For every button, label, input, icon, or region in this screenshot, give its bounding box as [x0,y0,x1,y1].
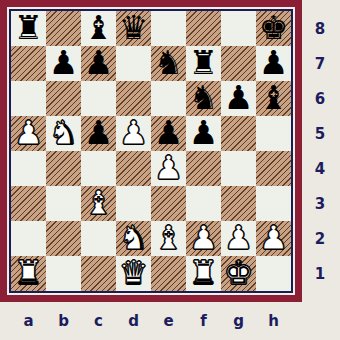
piece-black-king[interactable]: ♚ [259,11,289,44]
piece-white-pawn[interactable]: ♟ [154,151,184,184]
square-e8[interactable] [151,11,186,46]
square-b4[interactable] [46,151,81,186]
piece-black-pawn[interactable]: ♟ [154,116,184,149]
piece-black-bishop[interactable]: ♝ [259,81,289,114]
piece-white-rook[interactable]: ♜ [189,256,219,289]
file-label-a: a [11,306,46,336]
piece-black-knight[interactable]: ♞ [189,81,219,114]
rank-label-6: 6 [304,81,336,116]
square-b8[interactable] [46,11,81,46]
square-f1[interactable]: ♜ [186,256,221,291]
rank-label-8: 8 [304,11,336,46]
square-e4[interactable]: ♟ [151,151,186,186]
file-label-f: f [186,306,221,336]
square-a7[interactable] [11,46,46,81]
square-c3[interactable]: ♝ [81,186,116,221]
board-frame-inner-line: ♜♝♛♚♟♟♞♜♟♞♟♝♟♞♟♟♟♟♟♝♞♝♟♟♟♜♛♜♚ [9,9,293,293]
square-f3[interactable] [186,186,221,221]
square-a6[interactable] [11,81,46,116]
piece-black-pawn[interactable]: ♟ [224,81,254,114]
piece-black-rook[interactable]: ♜ [14,11,44,44]
square-g2[interactable]: ♟ [221,221,256,256]
square-b6[interactable] [46,81,81,116]
square-b2[interactable] [46,221,81,256]
square-d4[interactable] [116,151,151,186]
square-c2[interactable] [81,221,116,256]
square-c8[interactable]: ♝ [81,11,116,46]
square-e2[interactable]: ♝ [151,221,186,256]
piece-black-pawn[interactable]: ♟ [49,46,79,79]
square-d7[interactable] [116,46,151,81]
square-c5[interactable]: ♟ [81,116,116,151]
piece-black-pawn[interactable]: ♟ [189,116,219,149]
square-b5[interactable]: ♞ [46,116,81,151]
square-h1[interactable] [256,256,291,291]
piece-white-pawn[interactable]: ♟ [14,116,44,149]
rank-label-5: 5 [304,116,336,151]
rank-label-4: 4 [304,151,336,186]
file-label-c: c [81,306,116,336]
square-f8[interactable] [186,11,221,46]
piece-white-rook[interactable]: ♜ [14,256,44,289]
square-e5[interactable]: ♟ [151,116,186,151]
square-a2[interactable] [11,221,46,256]
square-e1[interactable] [151,256,186,291]
square-c7[interactable]: ♟ [81,46,116,81]
square-h2[interactable]: ♟ [256,221,291,256]
square-g8[interactable] [221,11,256,46]
square-a8[interactable]: ♜ [11,11,46,46]
chess-board: ♜♝♛♚♟♟♞♜♟♞♟♝♟♞♟♟♟♟♟♝♞♝♟♟♟♜♛♜♚ [11,11,291,291]
square-g4[interactable] [221,151,256,186]
square-b1[interactable] [46,256,81,291]
piece-white-king[interactable]: ♚ [224,256,254,289]
square-g5[interactable] [221,116,256,151]
piece-black-knight[interactable]: ♞ [154,46,184,79]
square-g6[interactable]: ♟ [221,81,256,116]
piece-black-pawn[interactable]: ♟ [84,46,114,79]
piece-white-pawn[interactable]: ♟ [119,116,149,149]
rank-label-7: 7 [304,46,336,81]
square-c1[interactable] [81,256,116,291]
piece-white-knight[interactable]: ♞ [49,116,79,149]
piece-white-pawn[interactable]: ♟ [224,221,254,254]
piece-black-bishop[interactable]: ♝ [84,11,114,44]
rank-labels: 87654321 [304,11,336,291]
square-c4[interactable] [81,151,116,186]
square-f2[interactable]: ♟ [186,221,221,256]
square-a3[interactable] [11,186,46,221]
square-d5[interactable]: ♟ [116,116,151,151]
piece-white-pawn[interactable]: ♟ [259,221,289,254]
square-b3[interactable] [46,186,81,221]
board-frame-gap: ♜♝♛♚♟♟♞♜♟♞♟♝♟♞♟♟♟♟♟♝♞♝♟♟♟♜♛♜♚ [7,7,295,295]
piece-black-pawn[interactable]: ♟ [84,116,114,149]
square-d3[interactable] [116,186,151,221]
square-a4[interactable] [11,151,46,186]
board-frame: ♜♝♛♚♟♟♞♜♟♞♟♝♟♞♟♟♟♟♟♝♞♝♟♟♟♜♛♜♚ [0,0,302,302]
rank-label-3: 3 [304,186,336,221]
square-d2[interactable]: ♞ [116,221,151,256]
piece-white-bishop[interactable]: ♝ [84,186,114,219]
file-label-g: g [221,306,256,336]
square-e7[interactable]: ♞ [151,46,186,81]
square-f4[interactable] [186,151,221,186]
square-h8[interactable]: ♚ [256,11,291,46]
piece-white-knight[interactable]: ♞ [119,221,149,254]
square-g1[interactable]: ♚ [221,256,256,291]
square-d1[interactable]: ♛ [116,256,151,291]
rank-label-2: 2 [304,221,336,256]
file-label-e: e [151,306,186,336]
piece-white-bishop[interactable]: ♝ [154,221,184,254]
square-a5[interactable]: ♟ [11,116,46,151]
square-g7[interactable] [221,46,256,81]
piece-black-queen[interactable]: ♛ [119,11,149,44]
square-c6[interactable] [81,81,116,116]
square-f7[interactable]: ♜ [186,46,221,81]
square-f5[interactable]: ♟ [186,116,221,151]
piece-white-pawn[interactable]: ♟ [189,221,219,254]
square-d6[interactable] [116,81,151,116]
piece-white-queen[interactable]: ♛ [119,256,149,289]
square-h7[interactable]: ♟ [256,46,291,81]
square-g3[interactable] [221,186,256,221]
square-d8[interactable]: ♛ [116,11,151,46]
square-b7[interactable]: ♟ [46,46,81,81]
square-e3[interactable] [151,186,186,221]
square-f6[interactable]: ♞ [186,81,221,116]
file-label-d: d [116,306,151,336]
rank-label-1: 1 [304,256,336,291]
square-e6[interactable] [151,81,186,116]
square-a1[interactable]: ♜ [11,256,46,291]
file-labels: abcdefgh [11,306,291,336]
file-label-h: h [256,306,291,336]
piece-black-rook[interactable]: ♜ [189,46,219,79]
piece-black-pawn[interactable]: ♟ [259,46,289,79]
file-label-b: b [46,306,81,336]
square-h6[interactable]: ♝ [256,81,291,116]
square-h5[interactable] [256,116,291,151]
square-h3[interactable] [256,186,291,221]
square-h4[interactable] [256,151,291,186]
